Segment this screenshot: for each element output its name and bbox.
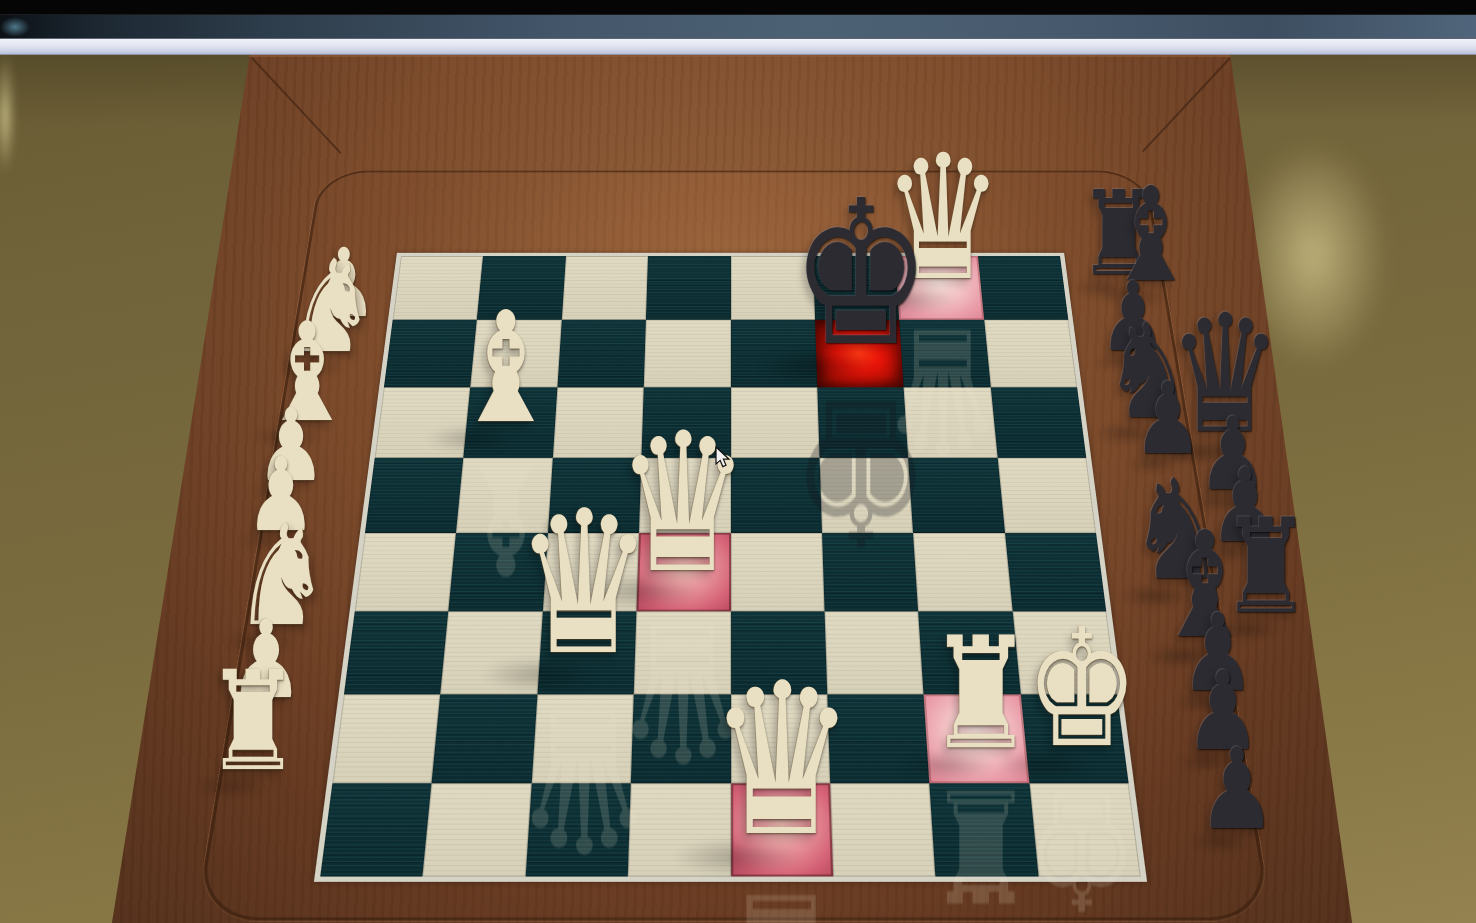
- square-f7[interactable]: [814, 319, 903, 386]
- window-chrome-glow: [0, 17, 30, 37]
- square-d1[interactable]: [627, 782, 730, 876]
- square-d3[interactable]: [633, 611, 730, 694]
- square-c6[interactable]: [552, 387, 643, 458]
- square-g8[interactable]: [895, 256, 984, 320]
- square-g2[interactable]: [923, 694, 1028, 782]
- square-h2[interactable]: [1020, 694, 1128, 782]
- square-b3[interactable]: [440, 611, 542, 694]
- square-a4[interactable]: [354, 532, 456, 611]
- window-chrome-top-bar: [0, 0, 1476, 15]
- square-a7[interactable]: [383, 319, 476, 386]
- square-f6[interactable]: [817, 387, 908, 458]
- square-g4[interactable]: [913, 532, 1012, 611]
- square-e4[interactable]: [730, 532, 824, 611]
- square-c7[interactable]: [557, 319, 646, 386]
- square-b4[interactable]: [448, 532, 547, 611]
- square-f5[interactable]: [819, 457, 913, 532]
- square-g1[interactable]: [929, 782, 1038, 876]
- square-h3[interactable]: [1012, 611, 1117, 694]
- square-a1[interactable]: [320, 782, 432, 876]
- square-h7[interactable]: [983, 319, 1076, 386]
- square-b1[interactable]: [422, 782, 531, 876]
- square-a6[interactable]: [374, 387, 470, 458]
- square-c1[interactable]: [525, 782, 631, 876]
- window-chrome-menu-strip: [0, 39, 1476, 55]
- square-e3[interactable]: [730, 611, 827, 694]
- square-e6[interactable]: [730, 387, 819, 458]
- square-f8[interactable]: [812, 256, 899, 320]
- square-b5[interactable]: [456, 457, 552, 532]
- square-a2[interactable]: [332, 694, 440, 782]
- square-g3[interactable]: [918, 611, 1020, 694]
- square-h5[interactable]: [997, 457, 1096, 532]
- square-b2[interactable]: [431, 694, 536, 782]
- square-c8[interactable]: [561, 256, 648, 320]
- square-g6[interactable]: [903, 387, 997, 458]
- square-b6[interactable]: [463, 387, 557, 458]
- square-e5[interactable]: [730, 457, 821, 532]
- square-h6[interactable]: [990, 387, 1086, 458]
- square-c5[interactable]: [547, 457, 641, 532]
- chess-game-screen: ♛♛♚♚♝♝♛♛♛♛♜♜♚♚♛♛♟♞♝♟♟♞♟♜♜♝♟♞♛♟♟♟♞♜♝♟♟♟: [0, 0, 1476, 923]
- square-g7[interactable]: [899, 319, 990, 386]
- square-f3[interactable]: [824, 611, 923, 694]
- square-a5[interactable]: [365, 457, 464, 532]
- square-h1[interactable]: [1029, 782, 1141, 876]
- square-c3[interactable]: [537, 611, 636, 694]
- chess-board[interactable]: [313, 252, 1146, 881]
- square-h8[interactable]: [977, 256, 1068, 320]
- square-b8[interactable]: [477, 256, 566, 320]
- board-plane: [313, 252, 1146, 881]
- square-f1[interactable]: [830, 782, 936, 876]
- square-c4[interactable]: [542, 532, 639, 611]
- square-d2[interactable]: [630, 694, 730, 782]
- square-a8[interactable]: [392, 256, 483, 320]
- square-e2[interactable]: [730, 694, 830, 782]
- mouse-cursor: [714, 446, 736, 470]
- square-b7[interactable]: [470, 319, 561, 386]
- square-e8[interactable]: [730, 256, 814, 320]
- square-h4[interactable]: [1004, 532, 1106, 611]
- square-c2[interactable]: [531, 694, 633, 782]
- square-d7[interactable]: [643, 319, 730, 386]
- square-e1[interactable]: [730, 782, 833, 876]
- square-a3[interactable]: [343, 611, 448, 694]
- square-g5[interactable]: [908, 457, 1004, 532]
- square-e7[interactable]: [730, 319, 817, 386]
- square-f2[interactable]: [827, 694, 929, 782]
- square-f4[interactable]: [821, 532, 918, 611]
- square-d4[interactable]: [636, 532, 730, 611]
- window-chrome-title-strip: [0, 15, 1476, 39]
- square-d8[interactable]: [646, 256, 730, 320]
